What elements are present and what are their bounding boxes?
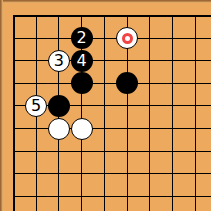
white-stone bbox=[48, 118, 70, 140]
grid-line-vertical bbox=[104, 15, 105, 211]
board-bevel-left-edge bbox=[0, 0, 3, 211]
grid-line-horizontal bbox=[13, 38, 211, 39]
white-stone-move-3: 3 bbox=[48, 50, 70, 72]
grid-line-vertical bbox=[172, 15, 173, 211]
grid-line-horizontal bbox=[13, 60, 211, 61]
go-board-diagram: 2345 bbox=[0, 0, 211, 211]
black-stone bbox=[71, 72, 93, 94]
black-stone-move-4: 4 bbox=[71, 50, 93, 72]
move-number-label: 4 bbox=[77, 52, 87, 68]
grid-line-horizontal bbox=[13, 83, 211, 84]
board-bevel-top-edge bbox=[0, 0, 211, 3]
grid-line-vertical bbox=[149, 15, 150, 211]
move-number-label: 2 bbox=[77, 30, 87, 46]
grid-line-horizontal bbox=[13, 173, 211, 174]
white-stone-move-5: 5 bbox=[25, 95, 47, 117]
black-stone-move-2: 2 bbox=[71, 27, 93, 49]
black-stone bbox=[116, 72, 138, 94]
white-stone bbox=[71, 118, 93, 140]
board-edge-line-vertical bbox=[13, 15, 15, 211]
grid-line-horizontal bbox=[13, 196, 211, 197]
move-number-label: 5 bbox=[31, 97, 41, 113]
white-stone-marked bbox=[116, 27, 138, 49]
grid-line-horizontal bbox=[13, 151, 211, 152]
move-number-label: 3 bbox=[54, 52, 64, 68]
grid-line-horizontal bbox=[13, 128, 211, 129]
grid-line-vertical bbox=[195, 15, 196, 211]
circle-marker-icon bbox=[122, 33, 133, 44]
black-stone bbox=[48, 95, 70, 117]
board-edge-line-horizontal bbox=[13, 15, 211, 17]
